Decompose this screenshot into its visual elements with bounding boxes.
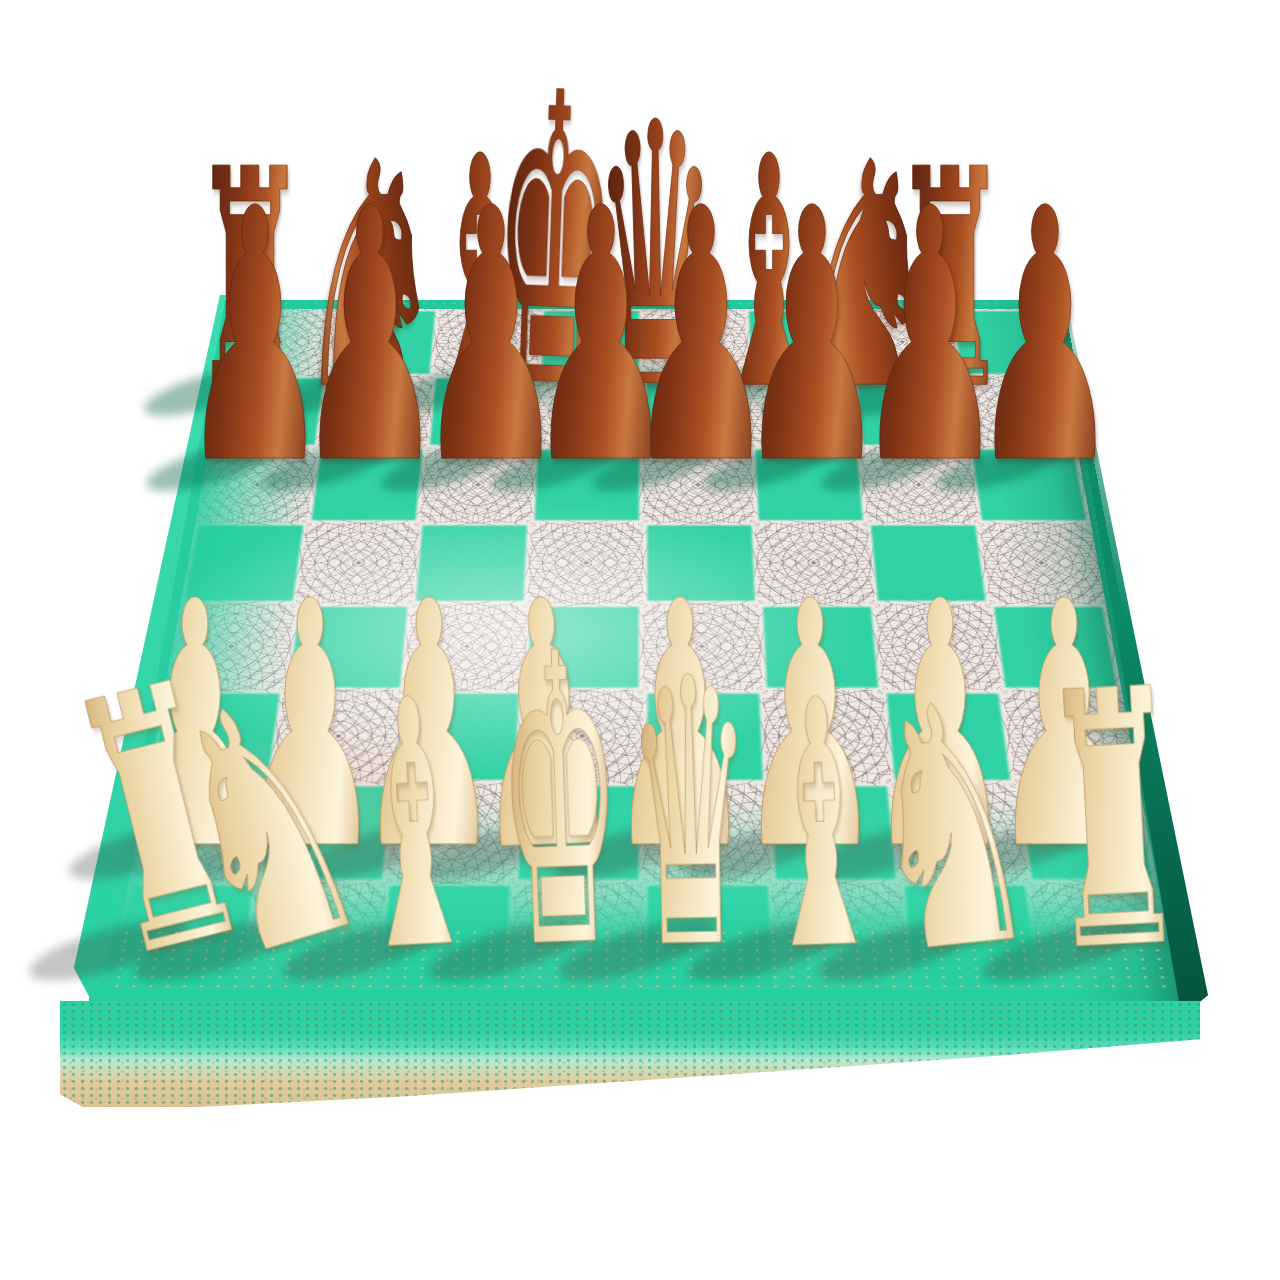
piece-black-pawn-h7[interactable]: ♟ bbox=[889, 164, 1201, 512]
chess-set-photo: ♜♞♝♚♛♝♞♜♟♟♟♟♟♟♟♟♟♟♟♟♟♟♟♟♜♞♝♚♛♝♞♜ bbox=[0, 0, 1280, 1280]
piece-white-rook-h1[interactable]: ♜ bbox=[947, 637, 1280, 1005]
piece-layer: ♜♞♝♚♛♝♞♜♟♟♟♟♟♟♟♟♟♟♟♟♟♟♟♟♜♞♝♚♛♝♞♜ bbox=[0, 0, 1280, 1280]
